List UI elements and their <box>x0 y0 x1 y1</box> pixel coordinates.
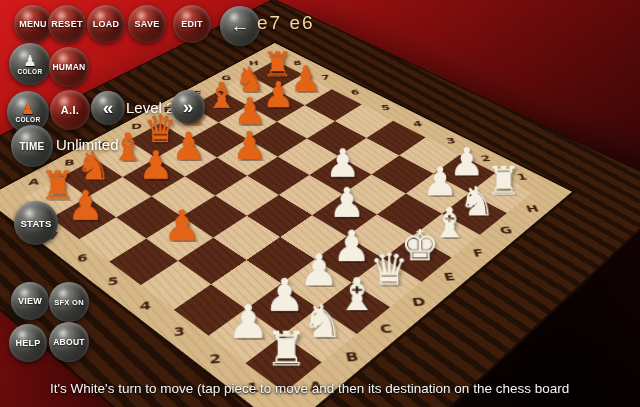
level-down-button[interactable]: « <box>91 91 125 125</box>
coordinate-label: 5 <box>107 274 118 287</box>
stats-button[interactable]: STATS <box>14 201 58 245</box>
help-button[interactable]: HELP <box>9 324 47 362</box>
last-move-display: e7 e6 <box>257 12 315 34</box>
coordinate-label: 4 <box>139 299 150 313</box>
sfx-toggle-button[interactable]: SFX ON <box>49 282 89 322</box>
coordinate-label: 3 <box>173 324 185 338</box>
status-bar: It's White's turn to move (tap piece to … <box>50 381 635 396</box>
human-button[interactable]: HUMAN <box>49 47 89 87</box>
save-button[interactable]: SAVE <box>128 5 166 43</box>
chevron-left-icon: « <box>103 97 114 119</box>
piece-white-pawn[interactable]: ♟ <box>328 182 365 223</box>
piece-orange-pawn[interactable]: ♟ <box>163 205 201 247</box>
coordinate-label: E <box>442 270 456 283</box>
ai-button[interactable]: A.I. <box>50 90 90 130</box>
piece-white-pawn[interactable]: ♟ <box>422 161 458 201</box>
coordinate-label: 5 <box>380 103 391 112</box>
board-3d-scene: ABCDEFGH8♜♞♝♛♚♝♞♜87♟♟♟♟♟♟76♟65♟54♟43♟32♟… <box>0 0 640 407</box>
load-button[interactable]: LOAD <box>87 5 125 43</box>
coordinate-label: 6 <box>77 252 88 264</box>
piece-orange-bishop[interactable]: ♝ <box>205 77 237 113</box>
coordinate-label: F <box>471 247 485 259</box>
back-arrow-icon: ← <box>231 15 250 37</box>
coordinate-label: 7 <box>320 73 330 81</box>
piece-white-rook[interactable]: ♜ <box>264 325 307 373</box>
level-display: Level 2 <box>126 99 174 116</box>
white-color-button[interactable]: ♟ COLOR <box>9 43 51 85</box>
board-border-cell: 4 <box>117 285 174 326</box>
about-button[interactable]: ABOUT <box>49 322 89 362</box>
coordinate-label: B <box>344 349 360 364</box>
coordinate-label: C <box>379 321 394 335</box>
board-wood-rim: ABCDEFGH8♜♞♝♛♚♝♞♜87♟♟♟♟♟♟76♟65♟54♟43♟32♟… <box>0 0 640 407</box>
orange-pawn-icon: ♟ <box>21 102 34 117</box>
time-button[interactable]: TIME <box>11 125 53 167</box>
level-up-button[interactable]: » <box>171 90 205 124</box>
white-pawn-icon: ♟ <box>23 54 36 69</box>
piece-orange-pawn[interactable]: ♟ <box>262 77 294 113</box>
coordinate-label: H <box>248 59 259 67</box>
menu-button[interactable]: MENU <box>14 5 52 43</box>
reset-button[interactable]: RESET <box>48 5 86 43</box>
piece-white-pawn[interactable]: ♟ <box>227 298 269 345</box>
piece-orange-pawn[interactable]: ♟ <box>67 185 104 226</box>
piece-white-pawn[interactable]: ♟ <box>325 144 360 183</box>
coordinate-label: 3 <box>444 136 456 145</box>
coordinate-label: A <box>28 177 40 187</box>
piece-orange-pawn[interactable]: ♟ <box>232 127 266 165</box>
coordinate-label: D <box>131 122 142 131</box>
edit-button[interactable]: EDIT <box>173 5 211 43</box>
view-button[interactable]: VIEW <box>11 282 49 320</box>
coordinate-label: G <box>221 74 232 82</box>
piece-orange-pawn[interactable]: ♟ <box>138 146 173 185</box>
coordinate-label: 4 <box>411 119 423 128</box>
coordinate-label: H <box>524 203 540 214</box>
coordinate-label: 8 <box>292 59 302 67</box>
piece-orange-pawn[interactable]: ♟ <box>171 127 205 165</box>
piece-white-pawn[interactable]: ♟ <box>264 273 305 318</box>
time-value-display: Unlimited <box>56 136 119 153</box>
coordinate-label: G <box>498 224 514 236</box>
undo-back-button[interactable]: ← <box>220 6 260 46</box>
coordinate-label: 6 <box>349 88 360 96</box>
coordinate-label: D <box>410 295 427 309</box>
coordinate-label: 2 <box>209 351 222 366</box>
chevron-right-icon: » <box>183 96 194 118</box>
